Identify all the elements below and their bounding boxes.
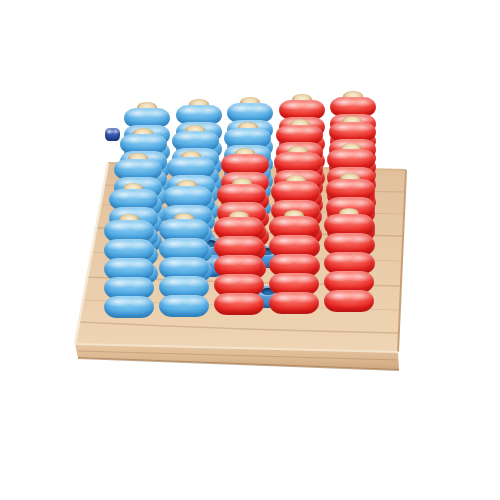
loose-ring[interactable] [105,128,120,141]
stacked-ring [159,295,209,317]
peg-stack-r5c2-blue[interactable] [159,212,209,317]
stacked-ring [324,290,374,312]
stacked-ring [214,293,264,315]
peg-stack-r5c1-blue[interactable] [104,213,154,318]
stacked-ring [104,296,154,318]
peg-stack-r5c5-red[interactable] [324,207,374,312]
peg-stack-r5c3-red[interactable] [214,210,264,315]
peg-stack-r5c4-red[interactable] [269,209,319,314]
product-photo-scene [0,0,500,500]
peg-stacks-layer [0,0,500,500]
ring-piece [105,128,120,141]
stacked-ring [269,292,319,314]
